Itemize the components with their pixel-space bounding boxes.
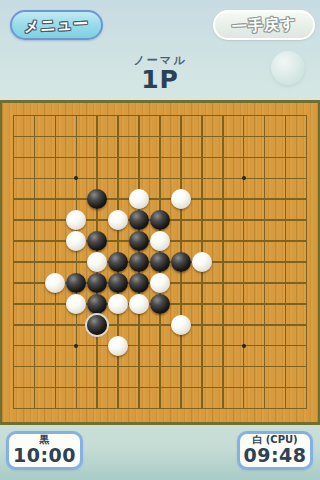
stone-black [87, 294, 107, 314]
stone-white [87, 252, 107, 272]
grid-line-horizontal [13, 387, 308, 389]
stone-black [87, 189, 107, 209]
stone-white [66, 210, 86, 230]
decorative-bubble [271, 51, 305, 85]
stone-black [108, 273, 128, 293]
stone-black [87, 315, 107, 335]
menu-button[interactable]: メニュー [10, 10, 103, 40]
stone-black [129, 252, 149, 272]
stone-black [66, 273, 86, 293]
stone-white [171, 189, 191, 209]
stone-white [150, 273, 170, 293]
stone-white [66, 231, 86, 251]
white-timer-box: 白 (CPU) 09:48 [237, 431, 313, 470]
star-point [242, 176, 246, 180]
grid-line-vertical [306, 115, 308, 410]
stone-black [129, 273, 149, 293]
stone-black [171, 252, 191, 272]
stone-black [150, 294, 170, 314]
stone-white [129, 294, 149, 314]
black-timer-box: 黒 10:00 [6, 431, 83, 470]
stone-white [171, 315, 191, 335]
stone-white [66, 294, 86, 314]
stone-black [87, 273, 107, 293]
black-timer-value: 10:00 [13, 446, 76, 466]
stone-white [45, 273, 65, 293]
menu-button-label: メニュー [24, 14, 90, 36]
app-screen: メニュー 一手戻す ノーマル 1P 黒 10:00 白 (CPU) 09:48 [0, 0, 320, 480]
board-grid [14, 116, 308, 410]
undo-move-button-label: 一手戻す [231, 14, 296, 36]
stone-black [129, 210, 149, 230]
stone-black [129, 231, 149, 251]
stone-white [129, 189, 149, 209]
stone-white [108, 294, 128, 314]
stone-black [150, 210, 170, 230]
star-point [74, 344, 78, 348]
stone-white [150, 231, 170, 251]
stone-white [108, 210, 128, 230]
gomoku-board[interactable] [0, 100, 320, 425]
stone-white [108, 336, 128, 356]
grid-line-horizontal [13, 366, 308, 368]
star-point [74, 176, 78, 180]
stone-black [87, 231, 107, 251]
stone-black [108, 252, 128, 272]
star-point [242, 344, 246, 348]
undo-move-button[interactable]: 一手戻す [213, 10, 315, 40]
stone-black [150, 252, 170, 272]
stone-white [192, 252, 212, 272]
grid-line-vertical [285, 115, 287, 410]
white-timer-value: 09:48 [244, 446, 307, 466]
grid-line-horizontal [13, 408, 308, 410]
